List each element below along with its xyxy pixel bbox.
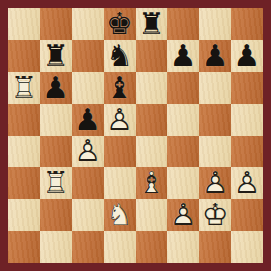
king-glyph: ♚ bbox=[104, 8, 136, 40]
pawn-glyph: ♟ bbox=[199, 40, 231, 72]
square-b1[interactable] bbox=[40, 231, 72, 263]
square-e6[interactable] bbox=[136, 72, 168, 104]
square-f7[interactable]: ♟ bbox=[167, 40, 199, 72]
square-f5[interactable] bbox=[167, 104, 199, 136]
square-d1[interactable] bbox=[104, 231, 136, 263]
square-c7[interactable] bbox=[72, 40, 104, 72]
square-c3[interactable] bbox=[72, 167, 104, 199]
square-d6[interactable]: ♝ bbox=[104, 72, 136, 104]
square-h1[interactable] bbox=[231, 231, 263, 263]
piece-white-bishop-e3[interactable]: ♝♗ bbox=[136, 167, 168, 199]
piece-black-king-d8[interactable]: ♚ bbox=[104, 8, 136, 40]
square-h2[interactable] bbox=[231, 199, 263, 231]
piece-black-rook-e8[interactable]: ♜ bbox=[136, 8, 168, 40]
piece-black-knight-d7[interactable]: ♞ bbox=[104, 40, 136, 72]
square-b8[interactable] bbox=[40, 8, 72, 40]
pawn-glyph: ♟ bbox=[231, 40, 263, 72]
square-d5[interactable]: ♟♙ bbox=[104, 104, 136, 136]
pawn-glyph-outline: ♙ bbox=[167, 199, 199, 231]
piece-white-rook-a6[interactable]: ♜♖ bbox=[8, 72, 40, 104]
piece-white-pawn-g3[interactable]: ♟♙ bbox=[199, 167, 231, 199]
square-h6[interactable] bbox=[231, 72, 263, 104]
square-f4[interactable] bbox=[167, 136, 199, 168]
square-h5[interactable] bbox=[231, 104, 263, 136]
piece-black-bishop-d6[interactable]: ♝ bbox=[104, 72, 136, 104]
rook-glyph-outline: ♖ bbox=[40, 167, 72, 199]
square-e5[interactable] bbox=[136, 104, 168, 136]
bishop-glyph-outline: ♗ bbox=[136, 167, 168, 199]
square-c1[interactable] bbox=[72, 231, 104, 263]
pawn-glyph-outline: ♙ bbox=[72, 136, 104, 168]
square-h3[interactable]: ♟♙ bbox=[231, 167, 263, 199]
piece-white-pawn-f2[interactable]: ♟♙ bbox=[167, 199, 199, 231]
square-a6[interactable]: ♜♖ bbox=[8, 72, 40, 104]
chess-board: ♚♜♜♞♟♟♟♜♖♟♝♟♟♙♟♙♜♖♝♗♟♙♟♙♞♘♟♙♚♔ bbox=[8, 8, 263, 263]
rook-glyph: ♜ bbox=[136, 8, 168, 40]
square-g6[interactable] bbox=[199, 72, 231, 104]
square-e3[interactable]: ♝♗ bbox=[136, 167, 168, 199]
square-a7[interactable] bbox=[8, 40, 40, 72]
square-g4[interactable] bbox=[199, 136, 231, 168]
square-d3[interactable] bbox=[104, 167, 136, 199]
square-e8[interactable]: ♜ bbox=[136, 8, 168, 40]
piece-black-pawn-g7[interactable]: ♟ bbox=[199, 40, 231, 72]
square-g1[interactable] bbox=[199, 231, 231, 263]
square-f8[interactable] bbox=[167, 8, 199, 40]
piece-black-rook-b7[interactable]: ♜ bbox=[40, 40, 72, 72]
square-b3[interactable]: ♜♖ bbox=[40, 167, 72, 199]
square-b6[interactable]: ♟ bbox=[40, 72, 72, 104]
square-g3[interactable]: ♟♙ bbox=[199, 167, 231, 199]
piece-black-pawn-c5[interactable]: ♟ bbox=[72, 104, 104, 136]
pawn-glyph: ♟ bbox=[72, 104, 104, 136]
piece-white-pawn-h3[interactable]: ♟♙ bbox=[231, 167, 263, 199]
square-d4[interactable] bbox=[104, 136, 136, 168]
piece-white-pawn-d5[interactable]: ♟♙ bbox=[104, 104, 136, 136]
bishop-glyph: ♝ bbox=[104, 72, 136, 104]
square-c8[interactable] bbox=[72, 8, 104, 40]
square-e2[interactable] bbox=[136, 199, 168, 231]
knight-glyph: ♞ bbox=[104, 40, 136, 72]
square-g2[interactable]: ♚♔ bbox=[199, 199, 231, 231]
square-h8[interactable] bbox=[231, 8, 263, 40]
square-f1[interactable] bbox=[167, 231, 199, 263]
square-e1[interactable] bbox=[136, 231, 168, 263]
square-c6[interactable] bbox=[72, 72, 104, 104]
square-b2[interactable] bbox=[40, 199, 72, 231]
square-a4[interactable] bbox=[8, 136, 40, 168]
square-g7[interactable]: ♟ bbox=[199, 40, 231, 72]
square-h7[interactable]: ♟ bbox=[231, 40, 263, 72]
knight-glyph-outline: ♘ bbox=[104, 199, 136, 231]
square-f3[interactable] bbox=[167, 167, 199, 199]
square-b5[interactable] bbox=[40, 104, 72, 136]
square-d2[interactable]: ♞♘ bbox=[104, 199, 136, 231]
piece-black-pawn-h7[interactable]: ♟ bbox=[231, 40, 263, 72]
square-g5[interactable] bbox=[199, 104, 231, 136]
pawn-glyph: ♟ bbox=[167, 40, 199, 72]
chess-diagram: ♚♜♜♞♟♟♟♜♖♟♝♟♟♙♟♙♜♖♝♗♟♙♟♙♞♘♟♙♚♔ bbox=[0, 0, 271, 271]
square-f6[interactable] bbox=[167, 72, 199, 104]
piece-white-king-g2[interactable]: ♚♔ bbox=[199, 199, 231, 231]
rook-glyph-outline: ♖ bbox=[8, 72, 40, 104]
square-d8[interactable]: ♚ bbox=[104, 8, 136, 40]
square-a2[interactable] bbox=[8, 199, 40, 231]
pawn-glyph-outline: ♙ bbox=[199, 167, 231, 199]
square-c4[interactable]: ♟♙ bbox=[72, 136, 104, 168]
square-d7[interactable]: ♞ bbox=[104, 40, 136, 72]
square-e4[interactable] bbox=[136, 136, 168, 168]
square-a5[interactable] bbox=[8, 104, 40, 136]
piece-white-pawn-c4[interactable]: ♟♙ bbox=[72, 136, 104, 168]
square-a3[interactable] bbox=[8, 167, 40, 199]
piece-white-rook-b3[interactable]: ♜♖ bbox=[40, 167, 72, 199]
square-a8[interactable] bbox=[8, 8, 40, 40]
square-g8[interactable] bbox=[199, 8, 231, 40]
pawn-glyph: ♟ bbox=[40, 72, 72, 104]
piece-white-knight-d2[interactable]: ♞♘ bbox=[104, 199, 136, 231]
square-b7[interactable]: ♜ bbox=[40, 40, 72, 72]
square-c5[interactable]: ♟ bbox=[72, 104, 104, 136]
pawn-glyph-outline: ♙ bbox=[104, 104, 136, 136]
square-f2[interactable]: ♟♙ bbox=[167, 199, 199, 231]
rook-glyph: ♜ bbox=[40, 40, 72, 72]
square-h4[interactable] bbox=[231, 136, 263, 168]
square-b4[interactable] bbox=[40, 136, 72, 168]
square-c2[interactable] bbox=[72, 199, 104, 231]
piece-black-pawn-f7[interactable]: ♟ bbox=[167, 40, 199, 72]
piece-black-pawn-b6[interactable]: ♟ bbox=[40, 72, 72, 104]
square-a1[interactable] bbox=[8, 231, 40, 263]
king-glyph-outline: ♔ bbox=[199, 199, 231, 231]
pawn-glyph-outline: ♙ bbox=[231, 167, 263, 199]
square-e7[interactable] bbox=[136, 40, 168, 72]
